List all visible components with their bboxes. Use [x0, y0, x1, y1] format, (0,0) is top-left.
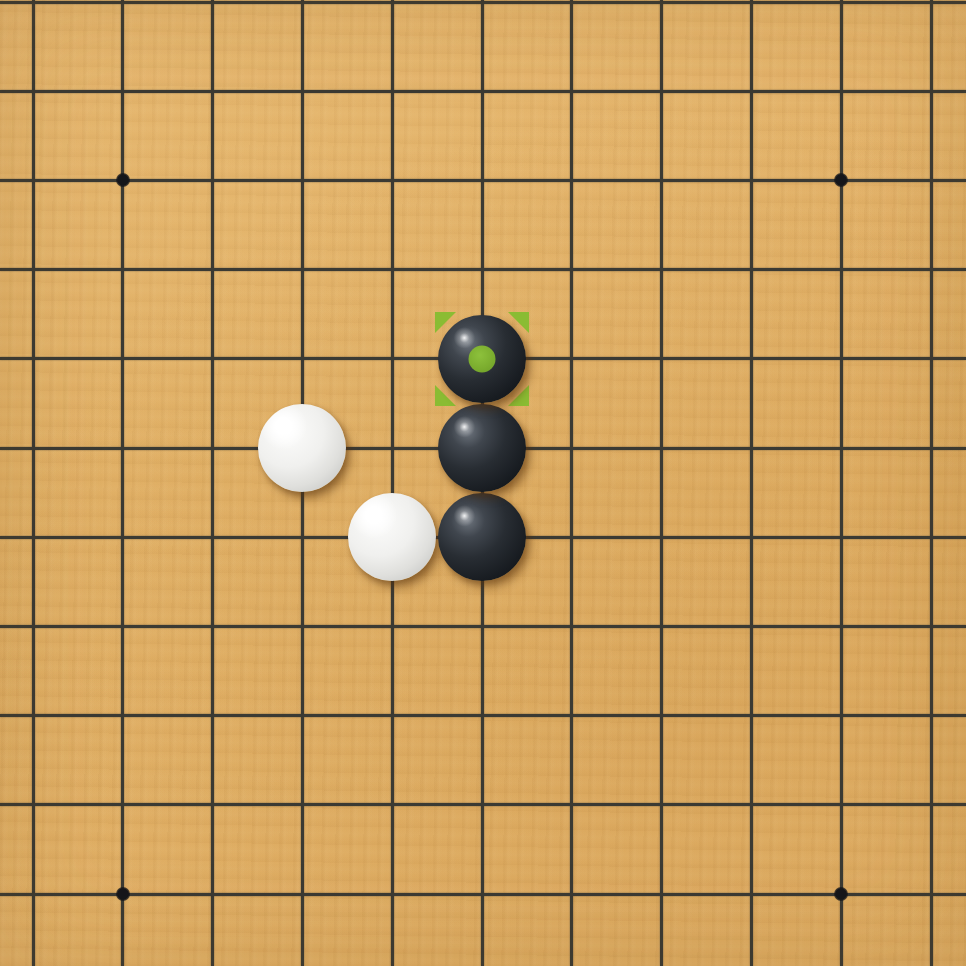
screenshot-stage	[0, 0, 966, 966]
last-move-dot	[469, 345, 496, 372]
stones-layer	[0, 0, 966, 966]
white-stone	[258, 404, 346, 492]
black-stone	[438, 315, 526, 403]
white-stone	[348, 493, 436, 581]
go-board[interactable]	[0, 0, 966, 966]
black-stone	[438, 404, 526, 492]
black-stone	[438, 493, 526, 581]
